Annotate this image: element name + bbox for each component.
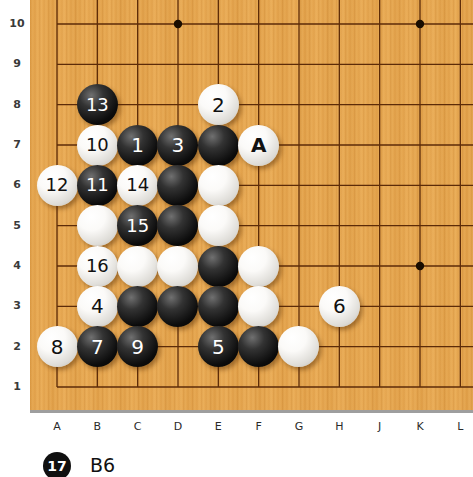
stone-label: 1 [131, 135, 144, 155]
stone-label: 9 [131, 337, 144, 357]
column-label-B: B [86, 420, 108, 433]
stone-label: 7 [91, 337, 104, 357]
stone-B7[interactable]: 10 [77, 125, 118, 166]
stone-B8[interactable]: 13 [77, 84, 118, 125]
stone-C2[interactable]: 9 [117, 326, 158, 367]
stone-label: 4 [91, 296, 104, 316]
stone-C3[interactable] [117, 286, 158, 327]
stone-label: 6 [333, 296, 346, 316]
stone-D3[interactable] [157, 286, 198, 327]
stone-F4[interactable] [238, 246, 279, 287]
stone-F3[interactable] [238, 286, 279, 327]
stone-label: 11 [86, 176, 109, 194]
stones-layer: 1321013A1211141516468795 [0, 0, 473, 413]
stone-D6[interactable] [157, 165, 198, 206]
stone-C6[interactable]: 14 [117, 165, 158, 206]
stone-H3[interactable]: 6 [319, 286, 360, 327]
stone-B3[interactable]: 4 [77, 286, 118, 327]
row-label-2: 2 [4, 340, 30, 353]
stone-label: 8 [51, 337, 64, 357]
stone-C4[interactable] [117, 246, 158, 287]
column-label-A: A [46, 420, 68, 433]
stone-label: 5 [212, 337, 225, 357]
stone-E8[interactable]: 2 [198, 84, 239, 125]
row-label-4: 4 [4, 259, 30, 272]
column-label-E: E [207, 420, 229, 433]
column-label-L: L [449, 420, 471, 433]
stone-label: 13 [86, 96, 109, 114]
stone-A6[interactable]: 12 [37, 165, 78, 206]
stone-A2[interactable]: 8 [37, 326, 78, 367]
stone-label: 16 [86, 257, 109, 275]
stone-C7[interactable]: 1 [117, 125, 158, 166]
stone-E2[interactable]: 5 [198, 326, 239, 367]
stone-label: 15 [126, 217, 149, 235]
row-label-10: 10 [4, 17, 30, 30]
stone-label: 14 [126, 176, 149, 194]
stone-D7[interactable]: 3 [157, 125, 198, 166]
caption-stone-black: 17 [43, 452, 71, 477]
stone-D5[interactable] [157, 205, 198, 246]
column-label-K: K [409, 420, 431, 433]
column-label-C: C [127, 420, 149, 433]
column-label-H: H [328, 420, 350, 433]
column-label-G: G [288, 420, 310, 433]
stone-E6[interactable] [198, 165, 239, 206]
stone-label: 10 [86, 136, 109, 154]
row-label-5: 5 [4, 219, 30, 232]
row-label-3: 3 [4, 299, 30, 312]
stone-label: A [251, 135, 266, 155]
stone-label: 12 [46, 176, 69, 194]
stone-label: 2 [212, 95, 225, 115]
column-label-D: D [167, 420, 189, 433]
stone-B4[interactable]: 16 [77, 246, 118, 287]
stone-G2[interactable] [278, 326, 319, 367]
stone-F2[interactable] [238, 326, 279, 367]
row-label-9: 9 [4, 57, 30, 70]
column-label-J: J [369, 420, 391, 433]
stone-E3[interactable] [198, 286, 239, 327]
stone-E4[interactable] [198, 246, 239, 287]
row-label-6: 6 [4, 178, 30, 191]
row-label-1: 1 [4, 380, 30, 393]
row-label-8: 8 [4, 98, 30, 111]
caption-location: B6 [90, 454, 115, 476]
go-diagram: 1321013A1211141516468795 12345678910 ABC… [0, 0, 473, 477]
stone-E5[interactable] [198, 205, 239, 246]
stone-label: 3 [172, 135, 185, 155]
caption-move-number: 17 [47, 458, 66, 474]
row-label-7: 7 [4, 138, 30, 151]
stone-E7[interactable] [198, 125, 239, 166]
column-label-F: F [248, 420, 270, 433]
stone-B6[interactable]: 11 [77, 165, 118, 206]
stone-B2[interactable]: 7 [77, 326, 118, 367]
stone-F7[interactable]: A [238, 125, 279, 166]
stone-C5[interactable]: 15 [117, 205, 158, 246]
stone-D4[interactable] [157, 246, 198, 287]
stone-B5[interactable] [77, 205, 118, 246]
